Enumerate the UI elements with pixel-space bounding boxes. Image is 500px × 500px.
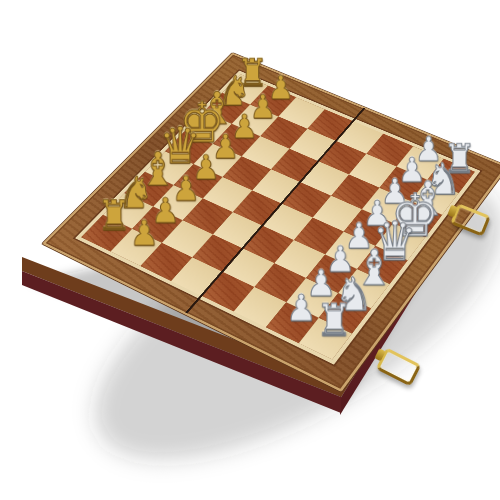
- chess-set-photo: ♜♞♝♛♚♝♞♜♟♟♟♟♟♟♟♟♟♟♟♟♟♟♟♟♜♞♝♛♚♝♞♜: [0, 0, 500, 500]
- piece-silver-rook-a8: ♜: [315, 299, 354, 343]
- piece-gold-pawn-a2: ♟: [125, 216, 162, 251]
